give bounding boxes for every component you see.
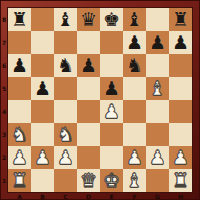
square-f2[interactable]: ♟ xyxy=(123,146,146,169)
square-b3[interactable] xyxy=(31,123,54,146)
square-h8[interactable]: ♜ xyxy=(169,8,192,31)
piece-black-bishop[interactable]: ♝ xyxy=(57,8,74,31)
piece-black-queen[interactable]: ♛ xyxy=(80,8,97,31)
piece-white-bishop[interactable]: ♝ xyxy=(149,77,166,100)
square-g7[interactable]: ♟ xyxy=(146,31,169,54)
square-h5[interactable] xyxy=(169,77,192,100)
file-label-h: H xyxy=(169,192,192,200)
rank-label-7: 7 xyxy=(0,31,8,54)
rank-label-2: 2 xyxy=(0,146,8,169)
square-b7[interactable] xyxy=(31,31,54,54)
square-b8[interactable] xyxy=(31,8,54,31)
piece-black-knight[interactable]: ♞ xyxy=(57,54,74,77)
file-label-f: F xyxy=(123,192,146,200)
square-a5[interactable] xyxy=(8,77,31,100)
square-b4[interactable] xyxy=(31,100,54,123)
square-g4[interactable] xyxy=(146,100,169,123)
square-d7[interactable] xyxy=(77,31,100,54)
square-a1[interactable]: ♜ xyxy=(8,169,31,192)
square-a6[interactable]: ♟ xyxy=(8,54,31,77)
piece-white-rook[interactable]: ♜ xyxy=(172,169,189,192)
square-h1[interactable]: ♜ xyxy=(169,169,192,192)
square-d6[interactable]: ♟ xyxy=(77,54,100,77)
square-a3[interactable]: ♞ xyxy=(8,123,31,146)
piece-white-pawn[interactable]: ♟ xyxy=(172,146,189,169)
piece-black-knight[interactable]: ♞ xyxy=(126,54,143,77)
square-c2[interactable]: ♟ xyxy=(54,146,77,169)
square-e3[interactable] xyxy=(100,123,123,146)
square-b6[interactable] xyxy=(31,54,54,77)
square-d1[interactable]: ♛ xyxy=(77,169,100,192)
square-f4[interactable] xyxy=(123,100,146,123)
square-c3[interactable]: ♞ xyxy=(54,123,77,146)
square-e2[interactable] xyxy=(100,146,123,169)
file-label-c: C xyxy=(54,192,77,200)
square-c4[interactable] xyxy=(54,100,77,123)
square-g1[interactable] xyxy=(146,169,169,192)
square-d8[interactable]: ♛ xyxy=(77,8,100,31)
rank-label-1: 1 xyxy=(0,169,8,192)
chess-board: ♜♝♛♚♝♜♟♟♟♟♞♟♞♟♟♝♟♞♞♟♟♟♟♟♟♜♛♚♝♜ xyxy=(8,8,192,192)
square-f6[interactable]: ♞ xyxy=(123,54,146,77)
piece-white-pawn[interactable]: ♟ xyxy=(34,146,51,169)
piece-black-pawn[interactable]: ♟ xyxy=(11,54,28,77)
piece-white-pawn[interactable]: ♟ xyxy=(103,100,120,123)
rank-label-4: 4 xyxy=(0,100,8,123)
square-d3[interactable] xyxy=(77,123,100,146)
square-c8[interactable]: ♝ xyxy=(54,8,77,31)
piece-white-pawn[interactable]: ♟ xyxy=(11,146,28,169)
square-g6[interactable] xyxy=(146,54,169,77)
square-a8[interactable]: ♜ xyxy=(8,8,31,31)
square-d2[interactable] xyxy=(77,146,100,169)
square-e7[interactable] xyxy=(100,31,123,54)
file-label-b: B xyxy=(31,192,54,200)
square-f7[interactable]: ♟ xyxy=(123,31,146,54)
piece-black-pawn[interactable]: ♟ xyxy=(126,31,143,54)
square-c7[interactable] xyxy=(54,31,77,54)
square-e1[interactable]: ♚ xyxy=(100,169,123,192)
file-label-a: A xyxy=(8,192,31,200)
square-a7[interactable] xyxy=(8,31,31,54)
chess-board-frame: ♜♝♛♚♝♜♟♟♟♟♞♟♞♟♟♝♟♞♞♟♟♟♟♟♟♜♛♚♝♜ 87654321A… xyxy=(0,0,200,200)
square-h3[interactable] xyxy=(169,123,192,146)
square-g2[interactable]: ♟ xyxy=(146,146,169,169)
piece-black-pawn[interactable]: ♟ xyxy=(149,31,166,54)
square-d5[interactable] xyxy=(77,77,100,100)
square-a2[interactable]: ♟ xyxy=(8,146,31,169)
square-h2[interactable]: ♟ xyxy=(169,146,192,169)
rank-label-8: 8 xyxy=(0,8,8,31)
square-h4[interactable] xyxy=(169,100,192,123)
piece-white-knight[interactable]: ♞ xyxy=(57,123,74,146)
square-d4[interactable] xyxy=(77,100,100,123)
piece-white-pawn[interactable]: ♟ xyxy=(149,146,166,169)
piece-white-bishop[interactable]: ♝ xyxy=(126,169,143,192)
square-f5[interactable] xyxy=(123,77,146,100)
piece-white-queen[interactable]: ♛ xyxy=(80,169,97,192)
square-h6[interactable] xyxy=(169,54,192,77)
square-c1[interactable] xyxy=(54,169,77,192)
square-h7[interactable]: ♟ xyxy=(169,31,192,54)
piece-black-pawn[interactable]: ♟ xyxy=(80,54,97,77)
square-a4[interactable] xyxy=(8,100,31,123)
piece-black-rook[interactable]: ♜ xyxy=(172,8,189,31)
square-c5[interactable] xyxy=(54,77,77,100)
square-f3[interactable] xyxy=(123,123,146,146)
rank-label-5: 5 xyxy=(0,77,8,100)
square-c6[interactable]: ♞ xyxy=(54,54,77,77)
square-g8[interactable] xyxy=(146,8,169,31)
square-e8[interactable]: ♚ xyxy=(100,8,123,31)
piece-black-pawn[interactable]: ♟ xyxy=(172,31,189,54)
piece-black-king[interactable]: ♚ xyxy=(103,8,120,31)
piece-black-rook[interactable]: ♜ xyxy=(11,8,28,31)
rank-label-6: 6 xyxy=(0,54,8,77)
piece-black-bishop[interactable]: ♝ xyxy=(126,8,143,31)
piece-white-knight[interactable]: ♞ xyxy=(11,123,28,146)
piece-black-pawn[interactable]: ♟ xyxy=(103,77,120,100)
file-label-e: E xyxy=(100,192,123,200)
square-g3[interactable] xyxy=(146,123,169,146)
piece-white-pawn[interactable]: ♟ xyxy=(57,146,74,169)
square-g5[interactable]: ♝ xyxy=(146,77,169,100)
square-f8[interactable]: ♝ xyxy=(123,8,146,31)
piece-white-king[interactable]: ♚ xyxy=(103,169,120,192)
square-f1[interactable]: ♝ xyxy=(123,169,146,192)
square-e5[interactable]: ♟ xyxy=(100,77,123,100)
square-e6[interactable] xyxy=(100,54,123,77)
rank-label-3: 3 xyxy=(0,123,8,146)
piece-white-rook[interactable]: ♜ xyxy=(11,169,28,192)
square-b2[interactable]: ♟ xyxy=(31,146,54,169)
piece-white-pawn[interactable]: ♟ xyxy=(126,146,143,169)
file-label-d: D xyxy=(77,192,100,200)
square-e4[interactable]: ♟ xyxy=(100,100,123,123)
square-b5[interactable]: ♟ xyxy=(31,77,54,100)
piece-black-pawn[interactable]: ♟ xyxy=(34,77,51,100)
square-b1[interactable] xyxy=(31,169,54,192)
file-label-g: G xyxy=(146,192,169,200)
